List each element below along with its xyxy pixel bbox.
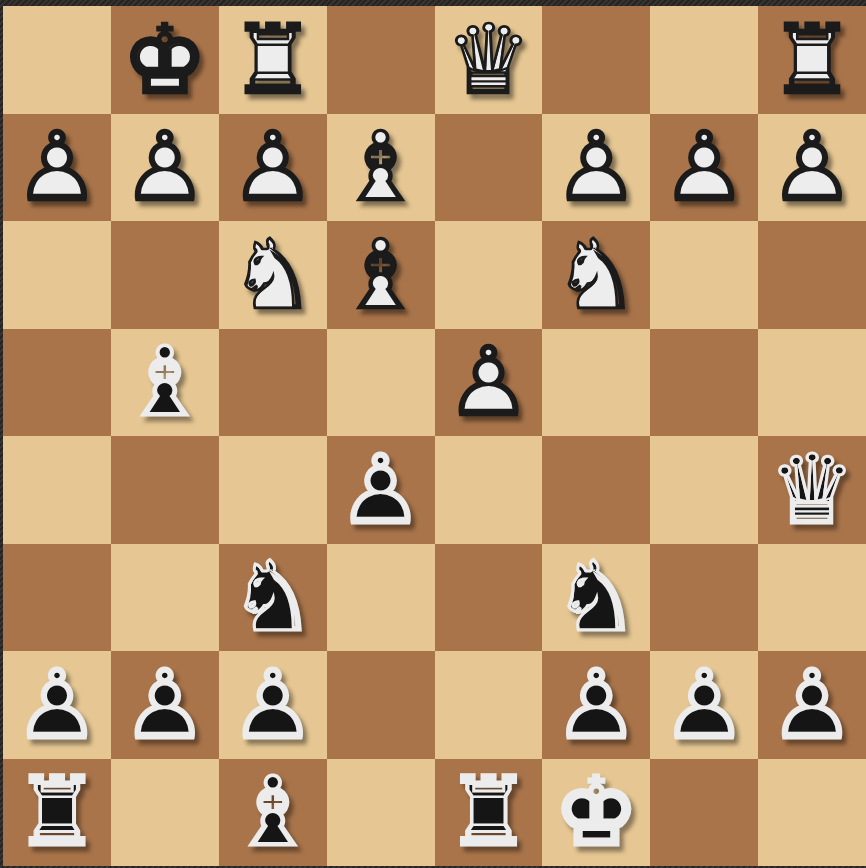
piece-black-knight[interactable]: ♞♘ (542, 544, 650, 652)
square-a4[interactable] (758, 329, 866, 437)
white-pawn-glyph-outline: ♙ (758, 114, 866, 222)
square-a3[interactable] (758, 221, 866, 329)
square-b1[interactable] (650, 6, 758, 114)
black-pawn-glyph-fill: ♟ (111, 651, 219, 759)
square-c8[interactable]: ♚♔ (542, 759, 650, 867)
white-rook-glyph-fill: ♜ (758, 6, 866, 114)
square-b2[interactable]: ♟♙ (650, 114, 758, 222)
white-bishop-glyph-fill: ♝ (327, 114, 435, 222)
piece-black-pawn[interactable]: ♟♙ (111, 651, 219, 759)
square-h6[interactable] (3, 544, 111, 652)
white-pawn-glyph-fill: ♟ (542, 114, 650, 222)
black-bishop-glyph-fill: ♝ (111, 329, 219, 437)
black-knight-glyph-fill: ♞ (219, 544, 327, 652)
square-e7[interactable] (327, 651, 435, 759)
square-b6[interactable] (650, 544, 758, 652)
square-f1[interactable]: ♜♖ (219, 6, 327, 114)
black-king-glyph-fill: ♚ (542, 759, 650, 867)
square-d1[interactable]: ♛♕ (435, 6, 543, 114)
square-e5[interactable]: ♟♙ (327, 436, 435, 544)
white-queen-glyph-outline: ♕ (435, 6, 543, 114)
black-pawn-glyph-outline: ♙ (542, 651, 650, 759)
piece-white-pawn[interactable]: ♟♙ (3, 114, 111, 222)
white-pawn-glyph-fill: ♟ (758, 114, 866, 222)
square-g8[interactable] (111, 759, 219, 867)
white-bishop-glyph-fill: ♝ (327, 221, 435, 329)
square-d3[interactable] (435, 221, 543, 329)
piece-white-bishop[interactable]: ♝♗ (327, 114, 435, 222)
white-king-glyph-outline: ♔ (111, 6, 219, 114)
square-c6[interactable]: ♞♘ (542, 544, 650, 652)
square-d4[interactable]: ♟♙ (435, 329, 543, 437)
white-pawn-glyph-outline: ♙ (435, 329, 543, 437)
piece-white-pawn[interactable]: ♟♙ (111, 114, 219, 222)
piece-black-bishop[interactable]: ♝♗ (219, 759, 327, 867)
black-pawn-glyph-outline: ♙ (327, 436, 435, 544)
board-frame: ♚♔♜♖♛♕♜♖♟♙♟♙♟♙♝♗♟♙♟♙♟♙♞♘♝♗♞♘♝♗♟♙♟♙♛♕♞♘♞♘… (0, 0, 866, 868)
square-g5[interactable] (111, 436, 219, 544)
square-b4[interactable] (650, 329, 758, 437)
piece-white-bishop[interactable]: ♝♗ (327, 221, 435, 329)
white-knight-glyph-fill: ♞ (542, 221, 650, 329)
square-b3[interactable] (650, 221, 758, 329)
square-b7[interactable]: ♟♙ (650, 651, 758, 759)
black-pawn-glyph-outline: ♙ (3, 651, 111, 759)
piece-black-king[interactable]: ♚♔ (542, 759, 650, 867)
piece-black-rook[interactable]: ♜♖ (3, 759, 111, 867)
white-king-glyph-fill: ♚ (111, 6, 219, 114)
square-g4[interactable]: ♝♗ (111, 329, 219, 437)
black-queen-glyph-outline: ♕ (758, 436, 866, 544)
white-knight-glyph-outline: ♘ (542, 221, 650, 329)
black-queen-glyph-fill: ♛ (758, 436, 866, 544)
piece-black-pawn[interactable]: ♟♙ (3, 651, 111, 759)
white-pawn-glyph-outline: ♙ (219, 114, 327, 222)
piece-white-knight[interactable]: ♞♘ (542, 221, 650, 329)
black-pawn-glyph-fill: ♟ (650, 651, 758, 759)
piece-white-queen[interactable]: ♛♕ (435, 6, 543, 114)
square-h8[interactable]: ♜♖ (3, 759, 111, 867)
chess-board: ♚♔♜♖♛♕♜♖♟♙♟♙♟♙♝♗♟♙♟♙♟♙♞♘♝♗♞♘♝♗♟♙♟♙♛♕♞♘♞♘… (3, 6, 866, 866)
black-bishop-glyph-outline: ♗ (219, 759, 327, 867)
square-d5[interactable] (435, 436, 543, 544)
square-h1[interactable] (3, 6, 111, 114)
square-h2[interactable]: ♟♙ (3, 114, 111, 222)
square-d2[interactable] (435, 114, 543, 222)
square-f7[interactable]: ♟♙ (219, 651, 327, 759)
square-e8[interactable] (327, 759, 435, 867)
square-e6[interactable] (327, 544, 435, 652)
white-bishop-glyph-outline: ♗ (327, 221, 435, 329)
piece-black-pawn[interactable]: ♟♙ (219, 651, 327, 759)
square-h7[interactable]: ♟♙ (3, 651, 111, 759)
white-pawn-glyph-fill: ♟ (650, 114, 758, 222)
piece-white-pawn[interactable]: ♟♙ (435, 329, 543, 437)
piece-black-queen[interactable]: ♛♕ (758, 436, 866, 544)
square-f4[interactable] (219, 329, 327, 437)
piece-black-pawn[interactable]: ♟♙ (758, 651, 866, 759)
square-a6[interactable] (758, 544, 866, 652)
white-rook-glyph-fill: ♜ (219, 6, 327, 114)
piece-white-rook[interactable]: ♜♖ (758, 6, 866, 114)
square-f8[interactable]: ♝♗ (219, 759, 327, 867)
square-a1[interactable]: ♜♖ (758, 6, 866, 114)
black-knight-glyph-outline: ♘ (219, 544, 327, 652)
square-c3[interactable]: ♞♘ (542, 221, 650, 329)
black-pawn-glyph-fill: ♟ (542, 651, 650, 759)
square-f6[interactable]: ♞♘ (219, 544, 327, 652)
white-knight-glyph-outline: ♘ (219, 221, 327, 329)
piece-white-pawn[interactable]: ♟♙ (758, 114, 866, 222)
square-d6[interactable] (435, 544, 543, 652)
square-g3[interactable] (111, 221, 219, 329)
square-d8[interactable]: ♜♖ (435, 759, 543, 867)
white-pawn-glyph-outline: ♙ (542, 114, 650, 222)
white-bishop-glyph-outline: ♗ (327, 114, 435, 222)
square-f5[interactable] (219, 436, 327, 544)
square-c4[interactable] (542, 329, 650, 437)
square-a2[interactable]: ♟♙ (758, 114, 866, 222)
piece-white-king[interactable]: ♚♔ (111, 6, 219, 114)
square-d7[interactable] (435, 651, 543, 759)
white-pawn-glyph-outline: ♙ (650, 114, 758, 222)
white-pawn-glyph-fill: ♟ (219, 114, 327, 222)
black-pawn-glyph-fill: ♟ (219, 651, 327, 759)
piece-black-knight[interactable]: ♞♘ (219, 544, 327, 652)
square-f3[interactable]: ♞♘ (219, 221, 327, 329)
black-rook-glyph-outline: ♖ (3, 759, 111, 867)
square-g2[interactable]: ♟♙ (111, 114, 219, 222)
square-c1[interactable] (542, 6, 650, 114)
white-queen-glyph-fill: ♛ (435, 6, 543, 114)
square-a7[interactable]: ♟♙ (758, 651, 866, 759)
square-a8[interactable] (758, 759, 866, 867)
black-king-glyph-outline: ♔ (542, 759, 650, 867)
black-pawn-glyph-outline: ♙ (758, 651, 866, 759)
black-pawn-glyph-fill: ♟ (3, 651, 111, 759)
square-e4[interactable] (327, 329, 435, 437)
black-rook-glyph-outline: ♖ (435, 759, 543, 867)
black-bishop-glyph-outline: ♗ (111, 329, 219, 437)
black-pawn-glyph-fill: ♟ (327, 436, 435, 544)
black-pawn-glyph-outline: ♙ (219, 651, 327, 759)
black-rook-glyph-fill: ♜ (3, 759, 111, 867)
white-pawn-glyph-fill: ♟ (111, 114, 219, 222)
square-g7[interactable]: ♟♙ (111, 651, 219, 759)
square-g6[interactable] (111, 544, 219, 652)
black-knight-glyph-outline: ♘ (542, 544, 650, 652)
square-h5[interactable] (3, 436, 111, 544)
square-c7[interactable]: ♟♙ (542, 651, 650, 759)
square-b8[interactable] (650, 759, 758, 867)
black-pawn-glyph-outline: ♙ (111, 651, 219, 759)
white-knight-glyph-fill: ♞ (219, 221, 327, 329)
black-rook-glyph-fill: ♜ (435, 759, 543, 867)
square-b5[interactable] (650, 436, 758, 544)
piece-white-pawn[interactable]: ♟♙ (542, 114, 650, 222)
square-g1[interactable]: ♚♔ (111, 6, 219, 114)
black-bishop-glyph-fill: ♝ (219, 759, 327, 867)
square-e1[interactable] (327, 6, 435, 114)
square-a5[interactable]: ♛♕ (758, 436, 866, 544)
white-pawn-glyph-fill: ♟ (3, 114, 111, 222)
piece-white-pawn[interactable]: ♟♙ (219, 114, 327, 222)
white-pawn-glyph-outline: ♙ (3, 114, 111, 222)
piece-black-pawn[interactable]: ♟♙ (542, 651, 650, 759)
white-pawn-glyph-fill: ♟ (435, 329, 543, 437)
piece-white-rook[interactable]: ♜♖ (219, 6, 327, 114)
piece-black-pawn[interactable]: ♟♙ (650, 651, 758, 759)
square-e2[interactable]: ♝♗ (327, 114, 435, 222)
white-rook-glyph-outline: ♖ (219, 6, 327, 114)
black-pawn-glyph-outline: ♙ (650, 651, 758, 759)
square-e3[interactable]: ♝♗ (327, 221, 435, 329)
piece-white-knight[interactable]: ♞♘ (219, 221, 327, 329)
square-f2[interactable]: ♟♙ (219, 114, 327, 222)
piece-black-rook[interactable]: ♜♖ (435, 759, 543, 867)
square-h3[interactable] (3, 221, 111, 329)
piece-black-pawn[interactable]: ♟♙ (327, 436, 435, 544)
white-pawn-glyph-outline: ♙ (111, 114, 219, 222)
black-knight-glyph-fill: ♞ (542, 544, 650, 652)
square-h4[interactable] (3, 329, 111, 437)
black-pawn-glyph-fill: ♟ (758, 651, 866, 759)
piece-white-pawn[interactable]: ♟♙ (650, 114, 758, 222)
square-c2[interactable]: ♟♙ (542, 114, 650, 222)
white-rook-glyph-outline: ♖ (758, 6, 866, 114)
piece-black-bishop[interactable]: ♝♗ (111, 329, 219, 437)
square-c5[interactable] (542, 436, 650, 544)
